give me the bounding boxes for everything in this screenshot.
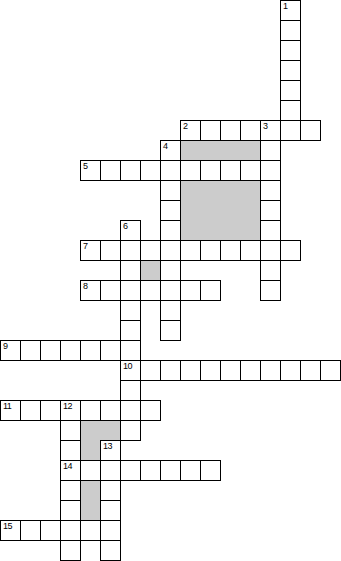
cell-r18c13[interactable]: [260, 360, 281, 381]
clue-number: 3: [263, 122, 268, 131]
cell-r14c10[interactable]: [200, 280, 221, 301]
cell-r3c14[interactable]: [280, 60, 301, 81]
cell-r13c13[interactable]: [260, 260, 281, 281]
clue-number: 15: [3, 522, 12, 531]
cell-r17c0[interactable]: 9: [0, 340, 21, 361]
cell-r26c2[interactable]: [40, 520, 61, 541]
cell-r2c14[interactable]: [280, 40, 301, 61]
cell-r14c9[interactable]: [180, 280, 201, 301]
cell-r11c8[interactable]: [160, 220, 181, 241]
cell-r1c14[interactable]: [280, 20, 301, 41]
cell-r26c0[interactable]: 15: [0, 520, 21, 541]
cell-r0c14[interactable]: 1: [280, 0, 301, 21]
cell-r25c3[interactable]: [60, 500, 81, 521]
cell-r18c8[interactable]: [160, 360, 181, 381]
blocked-region: [180, 140, 261, 161]
cell-r12c6[interactable]: [120, 240, 141, 261]
cell-r12c8[interactable]: [160, 240, 181, 261]
cell-r12c11[interactable]: [220, 240, 241, 261]
cell-r6c12[interactable]: [240, 120, 261, 141]
cell-r6c10[interactable]: [200, 120, 221, 141]
cell-r8c10[interactable]: [200, 160, 221, 181]
cell-r4c14[interactable]: [280, 80, 301, 101]
cell-r8c12[interactable]: [240, 160, 261, 181]
cell-r24c5[interactable]: [100, 480, 121, 501]
cell-r25c5[interactable]: [100, 500, 121, 521]
clue-number: 6: [123, 222, 128, 231]
cell-r27c5[interactable]: [100, 540, 121, 561]
cell-r18c15[interactable]: [300, 360, 321, 381]
cell-r18c9[interactable]: [180, 360, 201, 381]
cell-r8c4[interactable]: 5: [80, 160, 101, 181]
cell-r7c8[interactable]: 4: [160, 140, 181, 161]
cell-r12c10[interactable]: [200, 240, 221, 261]
clue-number: 2: [183, 122, 188, 131]
cell-r12c4[interactable]: 7: [80, 240, 101, 261]
cell-r12c13[interactable]: [260, 240, 281, 261]
cell-r12c5[interactable]: [100, 240, 121, 261]
clue-number: 5: [83, 162, 88, 171]
cell-r14c8[interactable]: [160, 280, 181, 301]
clue-number: 7: [83, 242, 88, 251]
blocked-region: [140, 260, 161, 281]
cell-r21c6[interactable]: [120, 420, 141, 441]
clue-number: 4: [163, 142, 168, 151]
cell-r23c9[interactable]: [180, 460, 201, 481]
cell-r20c4[interactable]: [80, 400, 101, 421]
cell-r22c5[interactable]: 13: [100, 440, 121, 461]
cell-r15c6[interactable]: [120, 300, 141, 321]
cell-r17c3[interactable]: [60, 340, 81, 361]
cell-r10c8[interactable]: [160, 200, 181, 221]
cell-r6c15[interactable]: [300, 120, 321, 141]
cell-r8c6[interactable]: [120, 160, 141, 181]
clue-number: 9: [3, 342, 8, 351]
clue-number: 13: [103, 442, 112, 451]
blocked-region: [80, 420, 121, 441]
cell-r14c4[interactable]: 8: [80, 280, 101, 301]
cell-r27c3[interactable]: [60, 540, 81, 561]
cell-r18c16[interactable]: [320, 360, 341, 381]
cell-r23c7[interactable]: [140, 460, 161, 481]
cell-r23c6[interactable]: [120, 460, 141, 481]
cell-r18c12[interactable]: [240, 360, 261, 381]
cell-r14c5[interactable]: [100, 280, 121, 301]
cell-r23c3[interactable]: 14: [60, 460, 81, 481]
cell-r21c3[interactable]: [60, 420, 81, 441]
cell-r26c4[interactable]: [80, 520, 101, 541]
cell-r17c4[interactable]: [80, 340, 101, 361]
cell-r8c9[interactable]: [180, 160, 201, 181]
cell-r26c3[interactable]: [60, 520, 81, 541]
cell-r17c6[interactable]: [120, 340, 141, 361]
cell-r20c3[interactable]: 12: [60, 400, 81, 421]
clue-number: 8: [83, 282, 88, 291]
cell-r14c6[interactable]: [120, 280, 141, 301]
cell-r17c5[interactable]: [100, 340, 121, 361]
cell-r8c7[interactable]: [140, 160, 161, 181]
clue-number: 14: [63, 462, 72, 471]
cell-r20c5[interactable]: [100, 400, 121, 421]
cell-r23c8[interactable]: [160, 460, 181, 481]
cell-r12c14[interactable]: [280, 240, 301, 261]
cell-r14c13[interactable]: [260, 280, 281, 301]
cell-r20c6[interactable]: [120, 400, 141, 421]
blocked-region: [180, 180, 261, 241]
cell-r20c2[interactable]: [40, 400, 61, 421]
blocked-region: [80, 480, 101, 521]
cell-r6c11[interactable]: [220, 120, 241, 141]
cell-r20c1[interactable]: [20, 400, 41, 421]
cell-r10c13[interactable]: [260, 200, 281, 221]
cell-r18c11[interactable]: [220, 360, 241, 381]
cell-r12c9[interactable]: [180, 240, 201, 261]
cell-r12c12[interactable]: [240, 240, 261, 261]
cell-r14c7[interactable]: [140, 280, 161, 301]
clue-number: 12: [63, 402, 72, 411]
cell-r18c10[interactable]: [200, 360, 221, 381]
cell-r11c6[interactable]: 6: [120, 220, 141, 241]
cell-r9c13[interactable]: [260, 180, 281, 201]
blocked-region: [80, 440, 101, 461]
cell-r23c5[interactable]: [100, 460, 121, 481]
cell-r15c8[interactable]: [160, 300, 181, 321]
clue-number: 1: [283, 2, 288, 11]
crossword-board: 123456789101112131415: [0, 0, 341, 561]
cell-r18c14[interactable]: [280, 360, 301, 381]
cell-r20c7[interactable]: [140, 400, 161, 421]
cell-r16c6[interactable]: [120, 320, 141, 341]
cell-r5c14[interactable]: [280, 100, 301, 121]
cell-r6c14[interactable]: [280, 120, 301, 141]
cell-r12c7[interactable]: [140, 240, 161, 261]
cell-r8c8[interactable]: [160, 160, 181, 181]
cell-r17c1[interactable]: [20, 340, 41, 361]
clue-number: 10: [123, 362, 132, 371]
cell-r19c6[interactable]: [120, 380, 141, 401]
cell-r16c8[interactable]: [160, 320, 181, 341]
cell-r23c4[interactable]: [80, 460, 101, 481]
cell-r6c9[interactable]: 2: [180, 120, 201, 141]
cell-r13c6[interactable]: [120, 260, 141, 281]
cell-r26c1[interactable]: [20, 520, 41, 541]
cell-r18c7[interactable]: [140, 360, 161, 381]
cell-r22c3[interactable]: [60, 440, 81, 461]
cell-r20c0[interactable]: 11: [0, 400, 21, 421]
cell-r8c11[interactable]: [220, 160, 241, 181]
cell-r26c5[interactable]: [100, 520, 121, 541]
cell-r8c13[interactable]: [260, 160, 281, 181]
cell-r7c13[interactable]: [260, 140, 281, 161]
cell-r11c13[interactable]: [260, 220, 281, 241]
cell-r17c2[interactable]: [40, 340, 61, 361]
cell-r6c13[interactable]: 3: [260, 120, 281, 141]
cell-r8c5[interactable]: [100, 160, 121, 181]
cell-r9c8[interactable]: [160, 180, 181, 201]
cell-r13c8[interactable]: [160, 260, 181, 281]
clue-number: 11: [3, 402, 11, 411]
cell-r18c6[interactable]: 10: [120, 360, 141, 381]
cell-r24c3[interactable]: [60, 480, 81, 501]
cell-r23c10[interactable]: [200, 460, 221, 481]
